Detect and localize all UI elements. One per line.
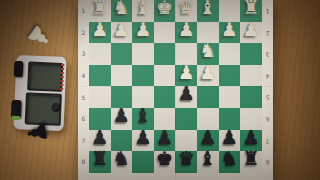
square[interactable] — [132, 65, 154, 87]
square[interactable]: ♚ — [154, 0, 176, 22]
rank-label: 1 — [78, 0, 89, 22]
square[interactable]: ♛ — [175, 151, 197, 173]
white-king[interactable]: ♚ — [154, 0, 176, 18]
square[interactable]: ♟ — [219, 22, 241, 44]
white-knight[interactable]: ♞ — [197, 39, 219, 61]
square[interactable]: ♟ — [175, 22, 197, 44]
square[interactable] — [111, 43, 133, 65]
white-pawn[interactable]: ♟ — [219, 18, 241, 40]
square[interactable]: ♟ — [132, 130, 154, 152]
square[interactable]: ♞ — [219, 151, 241, 173]
white-queen[interactable]: ♛ — [175, 0, 197, 18]
white-rook[interactable]: ♜ — [89, 0, 111, 18]
black-pawn[interactable]: ♟ — [175, 82, 197, 104]
square[interactable]: ♜ — [89, 151, 111, 173]
square[interactable] — [89, 65, 111, 87]
square[interactable]: ♟ — [240, 22, 262, 44]
rank-label: 5 — [262, 86, 273, 108]
square[interactable] — [197, 86, 219, 108]
clock-brand-text — [60, 64, 64, 90]
square[interactable]: ♟ — [197, 65, 219, 87]
white-bishop[interactable]: ♝ — [132, 0, 154, 18]
square[interactable]: ♝ — [197, 0, 219, 22]
white-piece-lying-beside-clock: ♟ — [23, 20, 56, 53]
rank-label: 7 — [78, 130, 89, 152]
rank-label: 4 — [78, 65, 89, 87]
white-pawn[interactable]: ♟ — [197, 61, 219, 83]
black-pawn[interactable]: ♟ — [219, 126, 241, 148]
square[interactable] — [111, 65, 133, 87]
square[interactable] — [89, 43, 111, 65]
square[interactable] — [154, 22, 176, 44]
black-knight[interactable]: ♞ — [111, 147, 133, 169]
rank-label: 3 — [78, 43, 89, 65]
white-pawn[interactable]: ♟ — [240, 18, 262, 40]
white-bishop[interactable]: ♝ — [197, 0, 219, 18]
square[interactable]: ♟ — [132, 22, 154, 44]
black-bishop[interactable]: ♝ — [197, 147, 219, 169]
board-squares: ♜♞♝♚♛♝♜♟♟♟♟♟♟♞♟♟♟♟♝♟♟♟♟♟♟♜♞♚♛♝♞♜ — [89, 0, 262, 173]
black-king[interactable]: ♚ — [154, 147, 176, 169]
square[interactable]: ♜ — [240, 151, 262, 173]
square[interactable]: ♟ — [111, 22, 133, 44]
rank-label: 7 — [262, 130, 273, 152]
square[interactable]: ♟ — [111, 108, 133, 130]
rank-label: 4 — [262, 65, 273, 87]
black-pawn[interactable]: ♟ — [154, 126, 176, 148]
rank-labels-left: 12345678 — [78, 0, 89, 173]
rank-label: 6 — [78, 108, 89, 130]
square[interactable]: ♚ — [154, 151, 176, 173]
square[interactable] — [132, 43, 154, 65]
black-bishop[interactable]: ♝ — [132, 104, 154, 126]
rank-label: 5 — [78, 86, 89, 108]
clock-button-upper[interactable] — [14, 61, 24, 77]
square[interactable] — [89, 86, 111, 108]
black-pawn[interactable]: ♟ — [132, 126, 154, 148]
square[interactable] — [219, 65, 241, 87]
white-rook[interactable]: ♜ — [240, 0, 262, 18]
rank-label: 3 — [262, 43, 273, 65]
black-piece-lying-beside-clock: ♟ — [23, 119, 52, 145]
black-knight[interactable]: ♞ — [219, 147, 241, 169]
square[interactable] — [154, 43, 176, 65]
rank-label: 6 — [262, 108, 273, 130]
white-pawn[interactable]: ♟ — [111, 18, 133, 40]
black-queen[interactable]: ♛ — [175, 147, 197, 169]
black-pawn[interactable]: ♟ — [111, 104, 133, 126]
rank-label: 2 — [262, 22, 273, 44]
square[interactable]: ♟ — [89, 22, 111, 44]
square[interactable] — [240, 86, 262, 108]
square[interactable] — [154, 65, 176, 87]
clock-green-sticker — [12, 116, 20, 120]
square[interactable] — [240, 43, 262, 65]
rank-label: 1 — [262, 0, 273, 22]
black-pawn[interactable]: ♟ — [240, 126, 262, 148]
white-pawn[interactable]: ♟ — [175, 61, 197, 83]
chess-board: 12345678 ♜♞♝♚♛♝♜♟♟♟♟♟♟♞♟♟♟♟♝♟♟♟♟♟♟♜♞♚♛♝♞… — [78, 0, 273, 180]
black-rook[interactable]: ♜ — [89, 147, 111, 169]
white-pawn[interactable]: ♟ — [89, 18, 111, 40]
black-pawn[interactable]: ♟ — [197, 126, 219, 148]
square[interactable] — [219, 86, 241, 108]
square[interactable]: ♞ — [111, 151, 133, 173]
rank-label: 2 — [78, 22, 89, 44]
black-rook[interactable]: ♜ — [240, 147, 262, 169]
white-pawn[interactable]: ♟ — [132, 18, 154, 40]
square[interactable] — [132, 151, 154, 173]
square[interactable] — [154, 86, 176, 108]
square[interactable] — [219, 43, 241, 65]
rank-label: 8 — [262, 151, 273, 173]
clock-display-top — [27, 61, 63, 91]
white-knight[interactable]: ♞ — [111, 0, 133, 18]
black-pawn[interactable]: ♟ — [89, 126, 111, 148]
photo-scene: 12345678 ♜♞♝♚♛♝♜♟♟♟♟♟♟♞♟♟♟♟♝♟♟♟♟♟♟♜♞♚♛♝♞… — [0, 0, 320, 180]
square[interactable] — [240, 65, 262, 87]
white-pawn[interactable]: ♟ — [175, 18, 197, 40]
rank-labels-right: 12345678 — [262, 0, 273, 173]
square[interactable]: ♝ — [197, 151, 219, 173]
rank-label: 8 — [78, 151, 89, 173]
square[interactable]: ♟ — [175, 86, 197, 108]
square[interactable] — [175, 108, 197, 130]
